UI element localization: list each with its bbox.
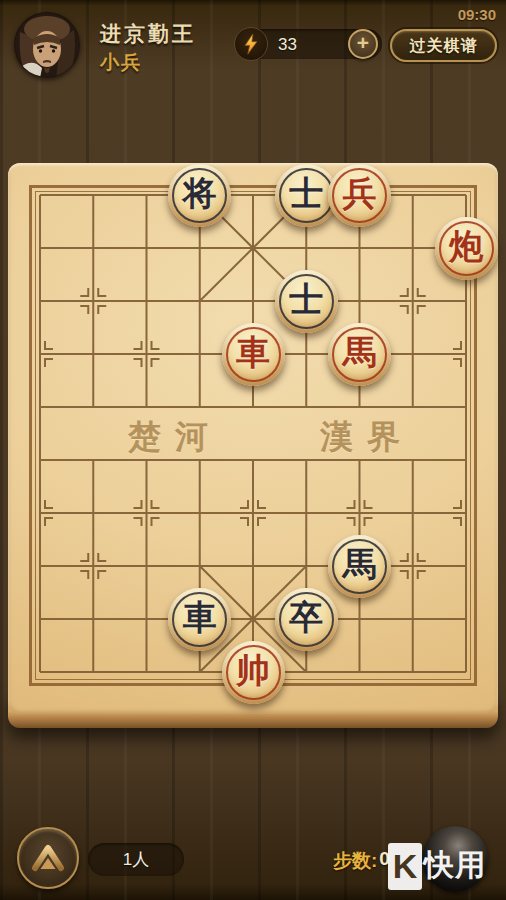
piece-character: 車 [183, 601, 217, 635]
pieces-layer: 将士兵炮士車馬馬車卒帅 [40, 195, 466, 672]
piece-character: 馬 [343, 336, 377, 370]
status-clock: 09:30 [458, 6, 496, 23]
piece-character: 士 [289, 283, 323, 317]
piece-red-horse[interactable]: 馬 [328, 323, 391, 386]
piece-red-general[interactable]: 帅 [222, 641, 285, 704]
piece-black-general[interactable]: 将 [168, 164, 231, 227]
piece-red-soldier[interactable]: 兵 [328, 164, 391, 227]
piece-red-chariot[interactable]: 車 [222, 323, 285, 386]
player-avatar[interactable] [14, 12, 80, 78]
steps-label: 步数: [333, 848, 377, 874]
expand-menu-button[interactable] [17, 827, 79, 889]
piece-character: 炮 [449, 230, 483, 264]
piece-character: 卒 [289, 601, 323, 635]
stage-title: 进京勤王 [100, 20, 196, 48]
energy-count: 33 [278, 35, 297, 55]
piece-character: 士 [289, 177, 323, 211]
player-rank: 小兵 [100, 50, 142, 76]
piece-black-advisor[interactable]: 士 [275, 270, 338, 333]
piece-character: 車 [236, 336, 270, 370]
xiangqi-app: 进京勤王 小兵 33 + 过关棋谱 09:30 楚河 漢界 将士兵炮士車馬馬車卒… [0, 0, 506, 900]
kuaiyong-logo-icon: K [388, 843, 422, 890]
chevron-up-icon [30, 843, 66, 873]
piece-black-horse[interactable]: 馬 [328, 535, 391, 598]
xiangqi-board[interactable]: 楚河 漢界 将士兵炮士車馬馬車卒帅 [8, 163, 498, 714]
piece-character: 帅 [236, 654, 270, 688]
piece-character: 兵 [343, 177, 377, 211]
piece-black-chariot[interactable]: 車 [168, 588, 231, 651]
player-portrait-image [14, 12, 80, 78]
piece-red-cannon[interactable]: 炮 [435, 217, 498, 280]
piece-black-soldier[interactable]: 卒 [275, 588, 338, 651]
lightning-icon [234, 27, 268, 61]
piece-character: 将 [183, 177, 217, 211]
watermark-text: 快用 [424, 845, 486, 886]
step-counter: 步数: 0 [333, 848, 390, 874]
puzzle-book-button[interactable]: 过关棋谱 [390, 29, 497, 62]
players-count-pill: 1人 [88, 843, 184, 876]
add-energy-button[interactable]: + [348, 29, 378, 59]
piece-character: 馬 [343, 548, 377, 582]
